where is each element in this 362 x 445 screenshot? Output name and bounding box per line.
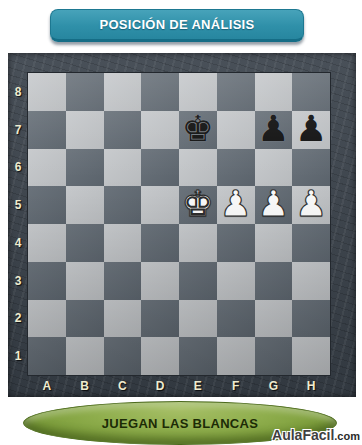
square-a1[interactable] [28,337,66,375]
square-h2[interactable] [292,300,330,338]
file-label-c: C [104,375,142,397]
square-d1[interactable] [141,337,179,375]
square-c5[interactable] [104,186,142,224]
file-label-f: F [217,375,255,397]
square-b2[interactable] [66,300,104,338]
file-label-a: A [28,375,66,397]
square-a8[interactable] [28,73,66,111]
square-e8[interactable] [179,73,217,111]
rank-label-2: 2 [8,300,28,338]
square-f3[interactable] [217,262,255,300]
square-c2[interactable] [104,300,142,338]
square-e1[interactable] [179,337,217,375]
square-h4[interactable] [292,224,330,262]
square-e5[interactable]: ♚ [179,186,217,224]
square-b3[interactable] [66,262,104,300]
square-d5[interactable] [141,186,179,224]
board-grid: ♚♟♟♚♟♟♟ [28,73,330,375]
rank-label-1: 1 [8,337,28,375]
square-g6[interactable] [255,149,293,187]
square-c7[interactable] [104,111,142,149]
square-g7[interactable]: ♟ [255,111,293,149]
square-f7[interactable] [217,111,255,149]
square-a7[interactable] [28,111,66,149]
white-pawn-f5[interactable]: ♟ [219,186,251,222]
file-labels: A B C D E F G H [28,375,330,397]
white-king-e5[interactable]: ♚ [182,186,214,222]
analysis-banner-label: POSICIÓN DE ANÁLISIS [99,17,254,32]
square-f5[interactable]: ♟ [217,186,255,224]
square-e7[interactable]: ♚ [179,111,217,149]
square-d8[interactable] [141,73,179,111]
square-b7[interactable] [66,111,104,149]
square-c4[interactable] [104,224,142,262]
rank-labels: 8 7 6 5 4 3 2 1 [8,73,28,375]
brand-name: AulaFacil [272,427,334,443]
file-label-e: E [179,375,217,397]
square-f4[interactable] [217,224,255,262]
square-h7[interactable]: ♟ [292,111,330,149]
aulafacil-logo[interactable]: AulaFacil.com [272,426,360,444]
square-a6[interactable] [28,149,66,187]
square-h3[interactable] [292,262,330,300]
rank-label-5: 5 [8,186,28,224]
white-pawn-h5[interactable]: ♟ [295,186,327,222]
file-label-b: B [66,375,104,397]
square-a5[interactable] [28,186,66,224]
square-g2[interactable] [255,300,293,338]
black-pawn-h7[interactable]: ♟ [295,111,327,147]
square-c6[interactable] [104,149,142,187]
side-to-move-label: JUEGAN LAS BLANCAS [102,416,258,431]
analysis-diagram: POSICIÓN DE ANÁLISIS 8 7 6 5 4 3 2 1 ♚♟♟… [0,0,362,445]
square-b1[interactable] [66,337,104,375]
square-g3[interactable] [255,262,293,300]
brand-tld: .com [334,430,360,442]
square-e2[interactable] [179,300,217,338]
file-label-g: G [255,375,293,397]
square-e3[interactable] [179,262,217,300]
rank-label-8: 8 [8,73,28,111]
square-f8[interactable] [217,73,255,111]
white-pawn-g5[interactable]: ♟ [257,186,289,222]
chess-board-frame: 8 7 6 5 4 3 2 1 ♚♟♟♚♟♟♟ A B C D E F G H [8,53,356,397]
square-h5[interactable]: ♟ [292,186,330,224]
square-e6[interactable] [179,149,217,187]
square-b6[interactable] [66,149,104,187]
square-d3[interactable] [141,262,179,300]
square-f1[interactable] [217,337,255,375]
file-label-h: H [292,375,330,397]
rank-label-7: 7 [8,111,28,149]
square-h6[interactable] [292,149,330,187]
file-label-d: D [141,375,179,397]
square-a3[interactable] [28,262,66,300]
square-g8[interactable] [255,73,293,111]
square-g1[interactable] [255,337,293,375]
square-g5[interactable]: ♟ [255,186,293,224]
square-f6[interactable] [217,149,255,187]
square-d2[interactable] [141,300,179,338]
square-d4[interactable] [141,224,179,262]
analysis-banner: POSICIÓN DE ANÁLISIS [50,9,304,42]
square-d7[interactable] [141,111,179,149]
square-a4[interactable] [28,224,66,262]
square-c3[interactable] [104,262,142,300]
square-b8[interactable] [66,73,104,111]
square-c1[interactable] [104,337,142,375]
rank-label-6: 6 [8,149,28,187]
square-e4[interactable] [179,224,217,262]
black-pawn-g7[interactable]: ♟ [257,111,289,147]
square-h1[interactable] [292,337,330,375]
square-g4[interactable] [255,224,293,262]
square-b5[interactable] [66,186,104,224]
square-h8[interactable] [292,73,330,111]
square-f2[interactable] [217,300,255,338]
rank-label-3: 3 [8,262,28,300]
square-b4[interactable] [66,224,104,262]
black-king-e7[interactable]: ♚ [182,111,214,147]
square-d6[interactable] [141,149,179,187]
square-c8[interactable] [104,73,142,111]
rank-label-4: 4 [8,224,28,262]
square-a2[interactable] [28,300,66,338]
